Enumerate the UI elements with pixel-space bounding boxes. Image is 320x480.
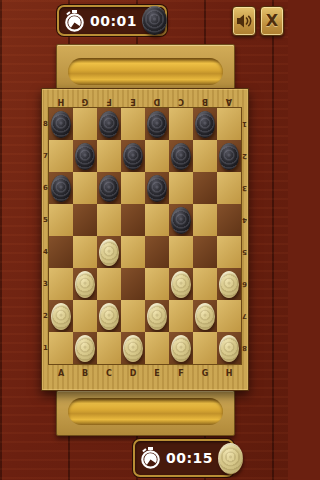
rank-label: 1 — [241, 108, 248, 140]
light-piece-a2[interactable] — [51, 303, 71, 330]
opponent-timer: 00:01 — [90, 13, 137, 29]
square-b8[interactable] — [73, 108, 97, 140]
rank-label: 5 — [241, 236, 248, 268]
light-piece-f1[interactable] — [171, 335, 191, 362]
square-e7[interactable] — [145, 140, 169, 172]
square-h2[interactable] — [217, 300, 241, 332]
square-g1[interactable] — [193, 332, 217, 364]
sound-button[interactable] — [232, 6, 256, 36]
square-d4[interactable] — [121, 236, 145, 268]
square-b4[interactable] — [73, 236, 97, 268]
rank-label: 5 — [42, 204, 49, 236]
square-d5[interactable] — [121, 204, 145, 236]
square-e5[interactable] — [145, 204, 169, 236]
square-g7[interactable] — [193, 140, 217, 172]
rank-label: 7 — [42, 140, 49, 172]
square-c4[interactable] — [97, 236, 121, 268]
square-b1[interactable] — [73, 332, 97, 364]
light-piece-b1[interactable] — [75, 335, 95, 362]
dark-piece-c8[interactable] — [99, 111, 119, 138]
light-piece-g2[interactable] — [195, 303, 215, 330]
dark-piece-f5[interactable] — [171, 207, 191, 234]
square-d6[interactable] — [121, 172, 145, 204]
dark-piece-b7[interactable] — [75, 143, 95, 170]
light-piece-h1[interactable] — [219, 335, 239, 362]
square-f6[interactable] — [169, 172, 193, 204]
square-h3[interactable] — [217, 268, 241, 300]
square-h7[interactable] — [217, 140, 241, 172]
square-f3[interactable] — [169, 268, 193, 300]
square-e6[interactable] — [145, 172, 169, 204]
square-c8[interactable] — [97, 108, 121, 140]
file-label: C — [97, 369, 121, 382]
file-label: E — [121, 93, 145, 106]
rank-label: 4 — [241, 204, 248, 236]
file-label: C — [169, 93, 193, 106]
square-b6[interactable] — [73, 172, 97, 204]
square-a1[interactable] — [49, 332, 73, 364]
captured-pieces-tray-bottom — [56, 390, 235, 436]
square-e8[interactable] — [145, 108, 169, 140]
rank-label: 2 — [241, 140, 248, 172]
square-g4[interactable] — [193, 236, 217, 268]
square-d8[interactable] — [121, 108, 145, 140]
square-a7[interactable] — [49, 140, 73, 172]
dark-piece-e8[interactable] — [147, 111, 167, 138]
dark-piece-f7[interactable] — [171, 143, 191, 170]
light-piece-c2[interactable] — [99, 303, 119, 330]
file-label: F — [97, 93, 121, 106]
checkers-board: ABCDEFGH 87654321 87654321 ABCDEFGH — [41, 88, 249, 391]
square-h4[interactable] — [217, 236, 241, 268]
square-a3[interactable] — [49, 268, 73, 300]
dark-piece-c6[interactable] — [99, 175, 119, 202]
square-e3[interactable] — [145, 268, 169, 300]
square-h5[interactable] — [217, 204, 241, 236]
file-label: E — [145, 369, 169, 382]
square-c3[interactable] — [97, 268, 121, 300]
square-a5[interactable] — [49, 204, 73, 236]
square-a8[interactable] — [49, 108, 73, 140]
dark-piece-d7[interactable] — [123, 143, 143, 170]
file-label: B — [193, 93, 217, 106]
rank-label: 2 — [42, 300, 49, 332]
square-f8[interactable] — [169, 108, 193, 140]
square-g8[interactable] — [193, 108, 217, 140]
file-label: H — [49, 93, 73, 106]
square-g6[interactable] — [193, 172, 217, 204]
square-g3[interactable] — [193, 268, 217, 300]
rank-label: 6 — [42, 172, 49, 204]
file-labels-top: ABCDEFGH — [49, 93, 241, 106]
square-a4[interactable] — [49, 236, 73, 268]
tray-rail — [68, 398, 223, 425]
square-b5[interactable] — [73, 204, 97, 236]
file-label: B — [73, 369, 97, 382]
close-button[interactable]: X — [260, 6, 284, 36]
dark-piece-g8[interactable] — [195, 111, 215, 138]
close-icon: X — [266, 13, 278, 29]
square-c5[interactable] — [97, 204, 121, 236]
file-label: A — [49, 369, 73, 382]
rank-label: 3 — [42, 268, 49, 300]
square-f2[interactable] — [169, 300, 193, 332]
player-timer-panel: 00:15 — [133, 439, 234, 477]
rank-label: 8 — [241, 332, 248, 364]
square-c6[interactable] — [97, 172, 121, 204]
file-labels-bottom: ABCDEFGH — [49, 369, 241, 382]
square-d1[interactable] — [121, 332, 145, 364]
light-piece-h3[interactable] — [219, 271, 239, 298]
square-c1[interactable] — [97, 332, 121, 364]
opponent-dark-piece-icon — [142, 6, 167, 35]
rank-label: 3 — [241, 172, 248, 204]
rank-labels-left: 87654321 — [42, 108, 49, 364]
square-f4[interactable] — [169, 236, 193, 268]
square-c2[interactable] — [97, 300, 121, 332]
light-piece-e2[interactable] — [147, 303, 167, 330]
square-f5[interactable] — [169, 204, 193, 236]
opponent-timer-panel: 00:01 — [57, 5, 167, 36]
square-b2[interactable] — [73, 300, 97, 332]
square-d3[interactable] — [121, 268, 145, 300]
square-f1[interactable] — [169, 332, 193, 364]
rank-label: 1 — [42, 332, 49, 364]
square-e4[interactable] — [145, 236, 169, 268]
file-label: F — [169, 369, 193, 382]
player-light-piece-icon — [218, 443, 243, 474]
square-h1[interactable] — [217, 332, 241, 364]
rank-label: 4 — [42, 236, 49, 268]
rank-label: 7 — [241, 300, 248, 332]
square-b7[interactable] — [73, 140, 97, 172]
light-piece-b3[interactable] — [75, 271, 95, 298]
square-h8[interactable] — [217, 108, 241, 140]
square-d2[interactable] — [121, 300, 145, 332]
rank-label: 6 — [241, 268, 248, 300]
square-b3[interactable] — [73, 268, 97, 300]
file-label: G — [193, 369, 217, 382]
square-f7[interactable] — [169, 140, 193, 172]
square-e2[interactable] — [145, 300, 169, 332]
square-h6[interactable] — [217, 172, 241, 204]
square-g2[interactable] — [193, 300, 217, 332]
dark-piece-e6[interactable] — [147, 175, 167, 202]
square-d7[interactable] — [121, 140, 145, 172]
stopwatch-icon — [140, 446, 161, 470]
speaker-icon — [236, 13, 253, 29]
file-label: G — [73, 93, 97, 106]
tray-rail — [68, 58, 223, 85]
light-piece-f3[interactable] — [171, 271, 191, 298]
light-piece-d1[interactable] — [123, 335, 143, 362]
rank-label: 8 — [42, 108, 49, 140]
square-a6[interactable] — [49, 172, 73, 204]
file-label: D — [121, 369, 145, 382]
dark-piece-h7[interactable] — [219, 143, 239, 170]
square-c7[interactable] — [97, 140, 121, 172]
rank-labels-right: 87654321 — [241, 108, 248, 364]
light-piece-c4[interactable] — [99, 239, 119, 266]
player-timer: 00:15 — [166, 450, 213, 466]
board-grid — [49, 108, 241, 364]
dark-piece-a6[interactable] — [51, 175, 71, 202]
square-e1[interactable] — [145, 332, 169, 364]
file-label: A — [217, 93, 241, 106]
stopwatch-icon — [64, 9, 85, 33]
dark-piece-a8[interactable] — [51, 111, 71, 138]
square-g5[interactable] — [193, 204, 217, 236]
file-label: D — [145, 93, 169, 106]
square-a2[interactable] — [49, 300, 73, 332]
file-label: H — [217, 369, 241, 382]
